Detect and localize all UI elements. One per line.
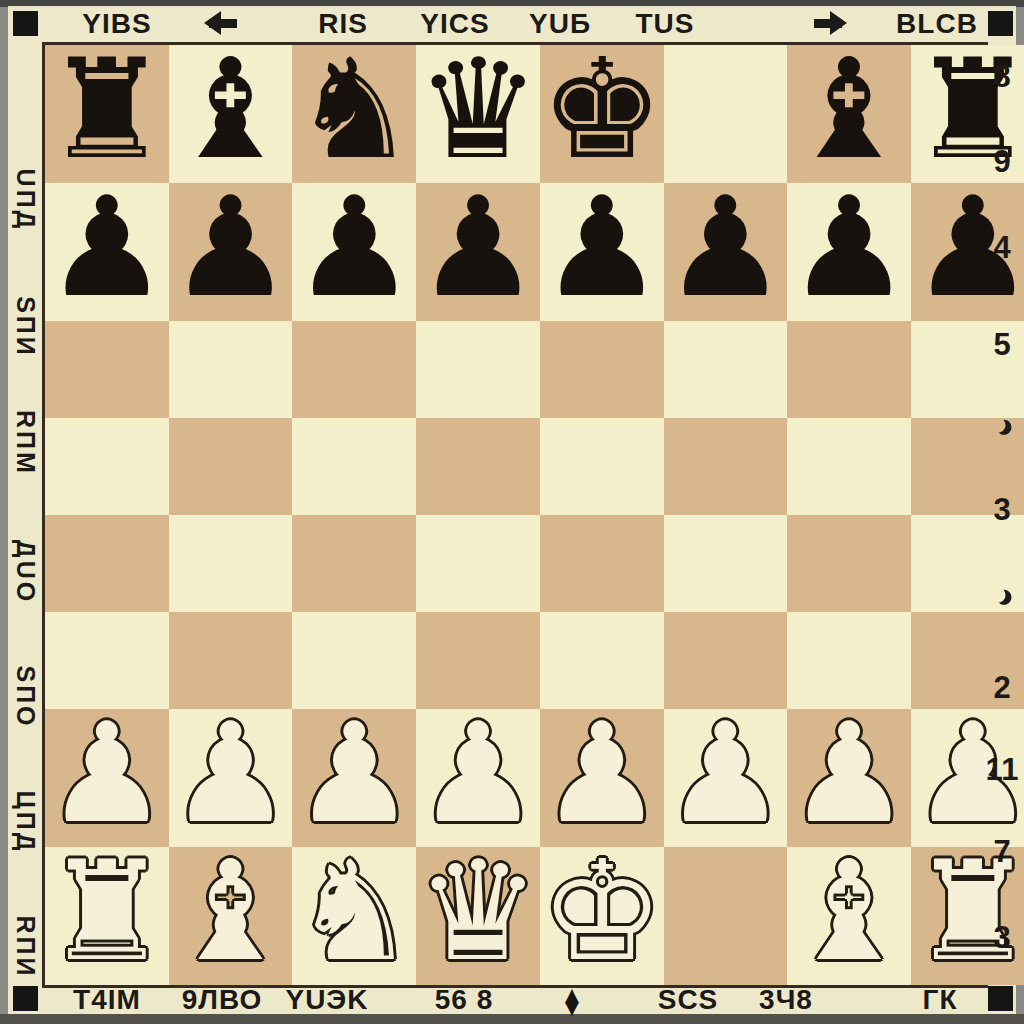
white-pawn-c2[interactable]: ♟ [292,705,416,843]
diamond-icon: ♦ [564,981,580,1019]
square-e6[interactable] [540,321,664,418]
square-e1[interactable]: ♚ [540,847,664,985]
right-label-5: 3 [993,492,1010,528]
square-d6[interactable] [416,321,540,418]
right-label-9: 7 [993,834,1010,870]
right-label-10: 3 [993,920,1010,956]
square-d5[interactable] [416,418,540,515]
square-b6[interactable] [169,321,293,418]
white-pawn-f2[interactable]: ♟ [664,705,788,843]
square-f8[interactable] [664,45,788,183]
right-arrow-icon [814,19,842,28]
square-c6[interactable] [292,321,416,418]
square-d2[interactable]: ♟ [416,709,540,847]
bottom-label-6: 3Ч8 [759,984,813,1016]
square-f6[interactable] [664,321,788,418]
black-pawn-c7[interactable]: ♟ [292,179,416,317]
square-a8[interactable]: ♜ [45,45,169,183]
square-f1[interactable] [664,847,788,985]
white-pawn-d2[interactable]: ♟ [416,705,540,843]
right-label-2: 4 [993,230,1010,266]
square-b7[interactable]: ♟ [169,183,293,321]
square-a7[interactable]: ♟ [45,183,169,321]
square-d4[interactable] [416,515,540,612]
black-pawn-e7[interactable]: ♟ [540,179,664,317]
square-c1[interactable]: ♞ [292,847,416,985]
square-b2[interactable]: ♟ [169,709,293,847]
square-e8[interactable]: ♚ [540,45,664,183]
left-arrow-icon [209,19,237,28]
black-bishop-b8[interactable]: ♝ [169,41,293,179]
square-e4[interactable] [540,515,664,612]
black-queen-d8[interactable]: ♛ [416,41,540,179]
black-bishop-g8[interactable]: ♝ [787,41,911,179]
square-b1[interactable]: ♝ [169,847,293,985]
square-d8[interactable]: ♛ [416,45,540,183]
square-b5[interactable] [169,418,293,515]
square-g2[interactable]: ♟ [787,709,911,847]
corner-marker-bottom-right [988,986,1013,1011]
black-pawn-g7[interactable]: ♟ [787,179,911,317]
black-king-e8[interactable]: ♚ [540,41,664,179]
square-a6[interactable] [45,321,169,418]
square-f5[interactable] [664,418,788,515]
bottom-label-0: T4IM [73,984,141,1016]
corner-marker-top-right [988,11,1013,36]
black-rook-a8[interactable]: ♜ [45,41,169,179]
square-f4[interactable] [664,515,788,612]
right-label-1: 9 [993,144,1010,180]
square-d7[interactable]: ♟ [416,183,540,321]
top-label-2: RIS [318,6,368,42]
left-label-1: SПИ [11,296,40,358]
square-e2[interactable]: ♟ [540,709,664,847]
top-label-0: YIBS [82,6,151,42]
square-b4[interactable] [169,515,293,612]
white-knight-c1[interactable]: ♞ [292,843,416,981]
square-d1[interactable]: ♛ [416,847,540,985]
top-label-3: YICS [420,6,489,42]
square-f2[interactable]: ♟ [664,709,788,847]
top-label-5: TUS [636,6,695,42]
outer-bottom-edge [0,1014,1024,1024]
black-pawn-b7[interactable]: ♟ [169,179,293,317]
square-a1[interactable]: ♜ [45,847,169,985]
square-c4[interactable] [292,515,416,612]
corner-marker-top-left [13,11,38,36]
white-king-e1[interactable]: ♚ [540,843,664,981]
black-pawn-d7[interactable]: ♟ [416,179,540,317]
square-e5[interactable] [540,418,664,515]
white-pawn-b2[interactable]: ♟ [169,705,293,843]
left-label-3: ДUO [11,540,40,604]
square-g5[interactable] [787,418,911,515]
square-h4[interactable] [911,515,1024,612]
white-pawn-e2[interactable]: ♟ [540,705,664,843]
white-rook-a1[interactable]: ♜ [45,843,169,981]
right-label-0: 8 [993,59,1010,95]
square-g7[interactable]: ♟ [787,183,911,321]
corner-marker-bottom-left [13,986,38,1011]
bottom-label-3: 56 8 [435,984,494,1016]
board[interactable]: ♜♝♞♛♚♝♜♟♟♟♟♟♟♟♟♟♟♟♟♟♟♟♟♜♝♞♛♚♝♜ [42,42,988,988]
top-label-4: YUБ [529,6,591,42]
bottom-label-5: SCS [658,984,719,1016]
left-label-5: ЦПД [11,790,40,853]
square-g4[interactable] [787,515,911,612]
square-a2[interactable]: ♟ [45,709,169,847]
square-a5[interactable] [45,418,169,515]
white-bishop-b1[interactable]: ♝ [169,843,293,981]
left-label-4: SПO [11,665,40,728]
white-queen-d1[interactable]: ♛ [416,843,540,981]
square-c7[interactable]: ♟ [292,183,416,321]
left-label-2: RПМ [11,410,40,476]
white-pawn-a2[interactable]: ♟ [45,705,169,843]
square-g8[interactable]: ♝ [787,45,911,183]
bottom-label-7: ГК [923,984,958,1016]
square-c5[interactable] [292,418,416,515]
top-label-7: BLCB [896,6,978,42]
left-label-6: RПИ [11,916,40,979]
square-c8[interactable]: ♞ [292,45,416,183]
bottom-label-1: 9ЛВО [182,984,263,1016]
right-label-8: 11 [986,752,1019,788]
left-label-0: UПД [11,169,40,232]
square-c2[interactable]: ♟ [292,709,416,847]
white-bishop-g1[interactable]: ♝ [787,843,911,981]
white-pawn-g2[interactable]: ♟ [787,705,911,843]
black-knight-c8[interactable]: ♞ [292,41,416,179]
square-g6[interactable] [787,321,911,418]
right-label-3: 5 [993,327,1010,363]
black-pawn-a7[interactable]: ♟ [45,179,169,317]
black-pawn-f7[interactable]: ♟ [664,179,788,317]
bottom-label-2: YUЭK [285,984,368,1016]
square-e7[interactable]: ♟ [540,183,664,321]
square-a4[interactable] [45,515,169,612]
right-label-7: 2 [993,670,1010,706]
square-g1[interactable]: ♝ [787,847,911,985]
square-b8[interactable]: ♝ [169,45,293,183]
square-f7[interactable]: ♟ [664,183,788,321]
